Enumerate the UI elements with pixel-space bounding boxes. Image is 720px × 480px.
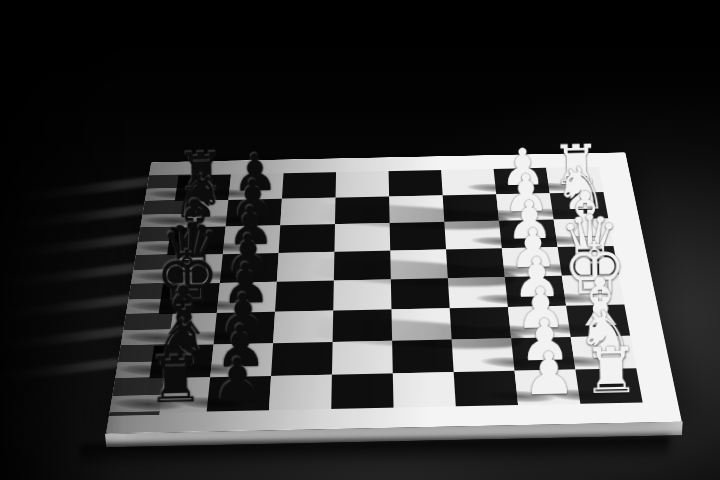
black-pawn: ♟ (191, 350, 284, 411)
square: ♟ (207, 376, 271, 412)
photograph: ♜♟♟♜♞♟♟♞♝♟♟♝♛♟♟♛♚♟♟♚♝♟♟♝♞♟♟♞♜♟♟♜ (0, 0, 720, 480)
white-rook: ♜ (564, 338, 657, 403)
chessboard: ♜♟♟♜♞♟♟♞♝♟♟♝♛♟♟♛♚♟♟♚♝♟♟♝♞♟♟♞♜♟♟♜ (106, 152, 682, 433)
scene: ♜♟♟♜♞♟♟♞♝♟♟♝♛♟♟♛♚♟♟♚♝♟♟♝♞♟♟♞♜♟♟♜ (0, 0, 720, 480)
square: ♜ (575, 368, 642, 403)
